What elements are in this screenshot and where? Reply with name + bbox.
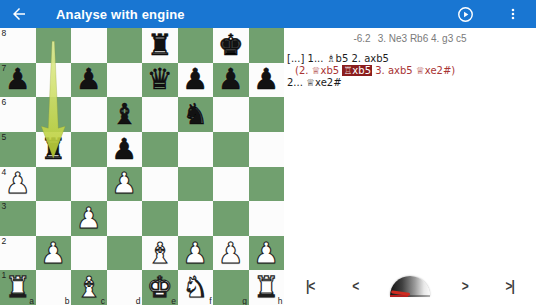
square-f4[interactable]: [178, 167, 214, 202]
gauge-baseline: [390, 295, 430, 297]
square-f1[interactable]: f♞: [178, 270, 214, 305]
square-c3[interactable]: ♟: [71, 201, 107, 236]
square-e8[interactable]: ♜: [142, 28, 178, 63]
rank-label-6: 6: [2, 97, 7, 107]
square-d5[interactable]: ♟: [107, 132, 143, 167]
square-g4[interactable]: [213, 167, 249, 202]
black-rook[interactable]: ♜: [142, 28, 178, 63]
square-h2[interactable]: ♟: [249, 236, 285, 271]
back-arrow-icon[interactable]: [10, 4, 34, 24]
square-d6[interactable]: ♝: [107, 97, 143, 132]
square-h5[interactable]: [249, 132, 285, 167]
white-pawn[interactable]: ♟: [71, 201, 107, 236]
square-c5[interactable]: [71, 132, 107, 167]
page-title: Analyse with engine: [56, 7, 455, 22]
last-move-button[interactable]: >|: [500, 272, 520, 300]
file-label-g: g: [242, 296, 247, 305]
black-pawn[interactable]: ♟: [213, 63, 249, 98]
square-b3[interactable]: [36, 201, 72, 236]
square-c8[interactable]: [71, 28, 107, 63]
first-move-button[interactable]: |<: [300, 272, 320, 300]
navigation-bar: |< < > >|: [284, 275, 536, 297]
engine-eval-line: -6.23. Ne3 Rb6 4. g3 c5: [284, 33, 536, 44]
analysis-panel: -6.23. Ne3 Rb6 4. g3 c5 [...] 1... ♗b5 2…: [284, 28, 536, 305]
overflow-menu-icon[interactable]: [503, 4, 523, 24]
square-b4[interactable]: [36, 167, 72, 202]
black-pawn[interactable]: ♟: [249, 63, 285, 98]
square-a3[interactable]: 3: [0, 201, 36, 236]
white-pawn[interactable]: ♟: [178, 236, 214, 271]
square-b5[interactable]: ♜: [36, 132, 72, 167]
square-c6[interactable]: [71, 97, 107, 132]
square-h4[interactable]: [249, 167, 285, 202]
square-h3[interactable]: [249, 201, 285, 236]
evaluation-gauge: [390, 276, 430, 296]
file-label-b: b: [65, 296, 70, 305]
square-b8[interactable]: [36, 28, 72, 63]
square-g3[interactable]: [213, 201, 249, 236]
rank-label-4: 4: [2, 167, 7, 177]
square-e6[interactable]: [142, 97, 178, 132]
square-c1[interactable]: c♝: [71, 270, 107, 305]
rank-label-7: 7: [2, 63, 7, 73]
chess-board[interactable]: 8♜♚7♟♟♛♟♟♟6♝♞5♜♟4♟♟3♟2♟♝♟♟♟1a♜bc♝de♚f♞gh…: [0, 28, 284, 305]
app-bar: Analyse with engine: [0, 0, 536, 28]
square-e2[interactable]: ♝: [142, 236, 178, 271]
move-line-1[interactable]: [...] 1... ♗b5 2. axb5: [284, 53, 536, 65]
variation-pre[interactable]: (2. ♕xb5: [295, 65, 342, 76]
variation-post[interactable]: 3. axb5 ♕xe2#): [372, 65, 455, 76]
square-b1[interactable]: b: [36, 270, 72, 305]
eval-score: -6.2: [353, 33, 370, 44]
square-c4[interactable]: [71, 167, 107, 202]
square-f7[interactable]: ♟: [178, 63, 214, 98]
black-pawn[interactable]: ♟: [178, 63, 214, 98]
white-pawn[interactable]: ♟: [213, 236, 249, 271]
square-g7[interactable]: ♟: [213, 63, 249, 98]
square-a1[interactable]: 1a♜: [0, 270, 36, 305]
white-knight[interactable]: ♞: [178, 270, 214, 305]
square-h7[interactable]: ♟: [249, 63, 285, 98]
square-e4[interactable]: [142, 167, 178, 202]
square-d1[interactable]: d: [107, 270, 143, 305]
square-d4[interactable]: ♟: [107, 167, 143, 202]
square-g1[interactable]: g: [213, 270, 249, 305]
square-h8[interactable]: [249, 28, 285, 63]
white-pawn[interactable]: ♟: [249, 236, 285, 271]
move-list: [...] 1... ♗b5 2. axb5 (2. ♕xb5 ♖xb5 3. …: [284, 53, 536, 89]
rank-label-1: 1: [2, 270, 7, 280]
square-e1[interactable]: e♚: [142, 270, 178, 305]
eval-pv: 3. Ne3 Rb6 4. g3 c5: [378, 33, 467, 44]
file-label-a: a: [29, 296, 34, 305]
play-circle-icon[interactable]: [455, 4, 475, 24]
rank-label-5: 5: [2, 132, 7, 142]
black-queen[interactable]: ♛: [142, 63, 178, 98]
square-c7[interactable]: ♟: [71, 63, 107, 98]
file-label-f: f: [209, 296, 211, 305]
square-c2[interactable]: [71, 236, 107, 271]
black-rook[interactable]: ♜: [36, 132, 72, 167]
move-line-3[interactable]: 2... ♕xe2#: [284, 77, 536, 89]
black-knight[interactable]: ♞: [178, 97, 214, 132]
square-f6[interactable]: ♞: [178, 97, 214, 132]
file-label-c: c: [101, 296, 105, 305]
next-move-button[interactable]: >: [456, 272, 474, 300]
square-d3[interactable]: [107, 201, 143, 236]
file-label-h: h: [278, 296, 283, 305]
white-bishop[interactable]: ♝: [142, 236, 178, 271]
current-move-highlight[interactable]: ♖xb5: [342, 65, 372, 76]
square-h1[interactable]: h♜: [249, 270, 285, 305]
black-bishop[interactable]: ♝: [107, 97, 143, 132]
square-f8[interactable]: [178, 28, 214, 63]
square-e5[interactable]: [142, 132, 178, 167]
rank-label-2: 2: [2, 236, 7, 246]
square-d8[interactable]: [107, 28, 143, 63]
square-g8[interactable]: ♚: [213, 28, 249, 63]
square-b6[interactable]: [36, 97, 72, 132]
square-h6[interactable]: [249, 97, 285, 132]
white-pawn[interactable]: ♟: [107, 167, 143, 202]
square-d2[interactable]: [107, 236, 143, 271]
square-a2[interactable]: 2: [0, 236, 36, 271]
square-f5[interactable]: [178, 132, 214, 167]
square-f3[interactable]: [178, 201, 214, 236]
square-a5[interactable]: 5: [0, 132, 36, 167]
move-line-variation[interactable]: (2. ♕xb5 ♖xb5 3. axb5 ♕xe2#): [284, 65, 536, 77]
file-label-d: d: [136, 296, 141, 305]
square-e7[interactable]: ♛: [142, 63, 178, 98]
square-a6[interactable]: 6: [0, 97, 36, 132]
square-g2[interactable]: ♟: [213, 236, 249, 271]
square-e3[interactable]: [142, 201, 178, 236]
black-pawn[interactable]: ♟: [107, 132, 143, 167]
rank-label-3: 3: [2, 201, 7, 211]
black-pawn[interactable]: ♟: [71, 63, 107, 98]
square-f2[interactable]: ♟: [178, 236, 214, 271]
square-g6[interactable]: [213, 97, 249, 132]
file-label-e: e: [171, 296, 176, 305]
rank-label-8: 8: [2, 28, 7, 38]
previous-move-button[interactable]: <: [346, 272, 364, 300]
square-a4[interactable]: 4♟: [0, 167, 36, 202]
square-b7[interactable]: [36, 63, 72, 98]
square-d7[interactable]: [107, 63, 143, 98]
square-a8[interactable]: 8: [0, 28, 36, 63]
black-king[interactable]: ♚: [213, 28, 249, 63]
square-b2[interactable]: ♟: [36, 236, 72, 271]
square-a7[interactable]: 7♟: [0, 63, 36, 98]
white-pawn[interactable]: ♟: [36, 236, 72, 271]
square-g5[interactable]: [213, 132, 249, 167]
